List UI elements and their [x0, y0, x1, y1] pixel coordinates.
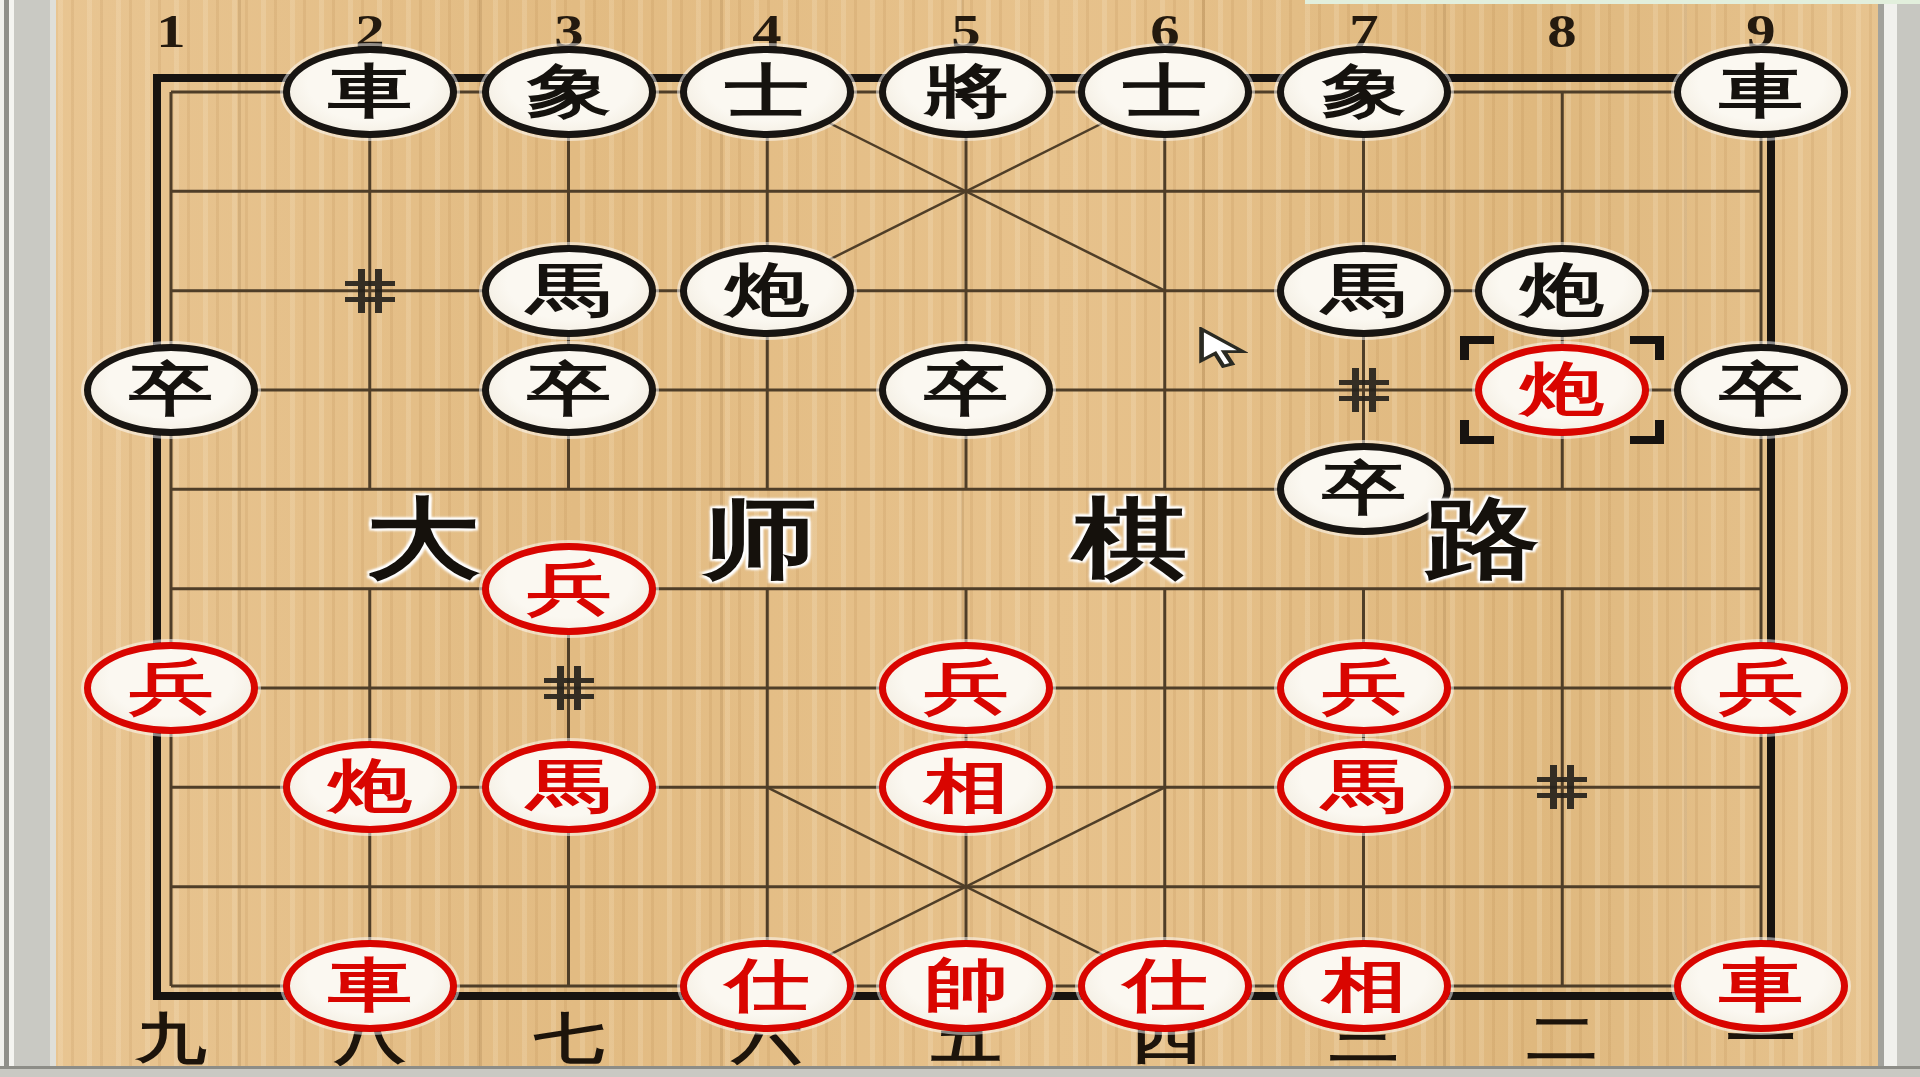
piece-glyph: 車 [328, 63, 412, 121]
piece-black-horse[interactable]: 馬 [482, 245, 656, 337]
piece-glyph: 馬 [1321, 758, 1405, 816]
piece-red-cannon[interactable]: 炮 [283, 741, 457, 833]
piece-glyph: 將 [924, 63, 1008, 121]
last-move-highlight [1460, 336, 1664, 444]
piece-glyph: 車 [328, 957, 412, 1015]
piece-glyph: 兵 [526, 560, 610, 618]
piece-black-horse[interactable]: 馬 [1277, 245, 1451, 337]
piece-red-elephant[interactable]: 相 [879, 741, 1053, 833]
piece-glyph: 馬 [526, 758, 610, 816]
piece-glyph: 相 [1321, 957, 1405, 1015]
piece-glyph: 象 [526, 63, 610, 121]
piece-black-general[interactable]: 將 [879, 46, 1053, 138]
piece-glyph: 車 [1719, 957, 1803, 1015]
piece-glyph: 卒 [924, 361, 1008, 419]
piece-glyph: 兵 [1719, 659, 1803, 717]
piece-black-advisor[interactable]: 士 [680, 46, 854, 138]
board-grid [0, 0, 1920, 1077]
piece-glyph: 仕 [725, 957, 809, 1015]
piece-glyph: 帥 [924, 957, 1008, 1015]
piece-black-chariot[interactable]: 車 [283, 46, 457, 138]
piece-black-cannon[interactable]: 炮 [680, 245, 854, 337]
piece-glyph: 象 [1321, 63, 1405, 121]
piece-glyph: 卒 [526, 361, 610, 419]
piece-red-horse[interactable]: 馬 [1277, 741, 1451, 833]
piece-glyph: 兵 [924, 659, 1008, 717]
piece-black-soldier[interactable]: 卒 [84, 344, 258, 436]
last-move-from-marker [1339, 368, 1389, 412]
piece-glyph: 士 [1123, 63, 1207, 121]
right-edge-panel [1897, 0, 1920, 1077]
piece-red-soldier[interactable]: 兵 [1277, 642, 1451, 734]
last-move-from-marker [345, 269, 395, 313]
piece-black-elephant[interactable]: 象 [482, 46, 656, 138]
piece-red-advisor[interactable]: 仕 [1078, 940, 1252, 1032]
xiangqi-video-frame: 123456789九八七六五四三二一大师棋路 車 象 士 將 士 象 車 馬 炮… [0, 0, 1920, 1077]
piece-glyph: 兵 [129, 659, 213, 717]
piece-glyph: 士 [725, 63, 809, 121]
piece-glyph: 兵 [1321, 659, 1405, 717]
piece-red-soldier[interactable]: 兵 [1674, 642, 1848, 734]
piece-red-elephant[interactable]: 相 [1277, 940, 1451, 1032]
left-edge-fade [50, 0, 56, 1077]
piece-red-soldier[interactable]: 兵 [879, 642, 1053, 734]
piece-black-elephant[interactable]: 象 [1277, 46, 1451, 138]
piece-red-horse[interactable]: 馬 [482, 741, 656, 833]
piece-glyph: 卒 [129, 361, 213, 419]
piece-black-advisor[interactable]: 士 [1078, 46, 1252, 138]
piece-glyph: 卒 [1321, 460, 1405, 518]
bottom-edge-panel [0, 1069, 1920, 1077]
left-edge-panel [14, 0, 50, 1077]
piece-red-advisor[interactable]: 仕 [680, 940, 854, 1032]
piece-red-general[interactable]: 帥 [879, 940, 1053, 1032]
piece-glyph: 仕 [1123, 957, 1207, 1015]
piece-red-soldier[interactable]: 兵 [482, 543, 656, 635]
piece-red-chariot[interactable]: 車 [1674, 940, 1848, 1032]
piece-glyph: 車 [1719, 63, 1803, 121]
piece-black-soldier[interactable]: 卒 [482, 344, 656, 436]
piece-red-soldier[interactable]: 兵 [84, 642, 258, 734]
piece-glyph: 炮 [328, 758, 412, 816]
piece-glyph: 相 [924, 758, 1008, 816]
piece-black-soldier[interactable]: 卒 [879, 344, 1053, 436]
piece-black-chariot[interactable]: 車 [1674, 46, 1848, 138]
piece-glyph: 炮 [725, 262, 809, 320]
top-edge-artifact-line [1305, 0, 1920, 4]
piece-glyph: 馬 [1321, 262, 1405, 320]
piece-black-cannon[interactable]: 炮 [1475, 245, 1649, 337]
last-move-from-marker [544, 666, 594, 710]
piece-glyph: 馬 [526, 262, 610, 320]
mouse-cursor-icon [1198, 327, 1248, 368]
piece-glyph: 卒 [1719, 361, 1803, 419]
piece-red-chariot[interactable]: 車 [283, 940, 457, 1032]
piece-glyph: 炮 [1520, 262, 1604, 320]
right-edge-highlight [1884, 0, 1897, 1077]
last-move-from-marker [1537, 765, 1587, 809]
piece-black-soldier[interactable]: 卒 [1674, 344, 1848, 436]
